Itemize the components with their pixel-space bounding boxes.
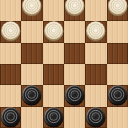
square-r0c5[interactable]: [107, 0, 128, 21]
square-r2c5[interactable]: [107, 43, 128, 64]
white-checker-disc-icon: [64, 0, 85, 17]
checkers-app-screen: [0, 0, 128, 128]
square-r4c1[interactable]: [21, 85, 42, 106]
square-r0c0[interactable]: [0, 0, 21, 21]
black-checker[interactable]: [107, 85, 128, 106]
white-checker[interactable]: [21, 0, 42, 17]
square-r3c0[interactable]: [0, 64, 21, 85]
white-checker[interactable]: [107, 0, 128, 17]
square-r3c5[interactable]: [107, 64, 128, 85]
white-checker[interactable]: [64, 0, 85, 17]
square-r1c1[interactable]: [21, 21, 42, 42]
white-checker[interactable]: [43, 21, 64, 42]
square-r3c2[interactable]: [43, 64, 64, 85]
square-r2c2[interactable]: [43, 43, 64, 64]
square-r5c3[interactable]: [64, 107, 85, 128]
square-r2c1[interactable]: [21, 43, 42, 64]
black-checker-disc-icon: [0, 106, 21, 127]
square-r1c5[interactable]: [107, 21, 128, 42]
square-r3c3[interactable]: [64, 64, 85, 85]
square-r2c3[interactable]: [64, 43, 85, 64]
white-checker[interactable]: [0, 21, 21, 42]
white-checker-disc-icon: [0, 21, 21, 42]
black-checker-disc-icon: [21, 85, 42, 106]
white-checker-disc-icon: [21, 0, 42, 17]
black-checker[interactable]: [43, 106, 64, 127]
square-r5c2[interactable]: [43, 107, 64, 128]
square-r4c0[interactable]: [0, 85, 21, 106]
white-checker-disc-icon: [43, 21, 64, 42]
square-r0c3[interactable]: [64, 0, 85, 21]
black-checker-disc-icon: [64, 85, 85, 106]
checkers-board: [0, 0, 128, 128]
square-r1c4[interactable]: [85, 21, 106, 42]
square-r4c5[interactable]: [107, 85, 128, 106]
black-checker-disc-icon: [85, 106, 106, 127]
white-checker-disc-icon: [85, 21, 106, 42]
black-checker[interactable]: [64, 85, 85, 106]
white-checker-disc-icon: [107, 0, 128, 17]
square-r0c2[interactable]: [43, 0, 64, 21]
square-r2c0[interactable]: [0, 43, 21, 64]
square-r4c4[interactable]: [85, 85, 106, 106]
square-r4c3[interactable]: [64, 85, 85, 106]
square-r0c4[interactable]: [85, 0, 106, 21]
black-checker[interactable]: [0, 106, 21, 127]
black-checker[interactable]: [85, 106, 106, 127]
square-r2c4[interactable]: [85, 43, 106, 64]
square-r0c1[interactable]: [21, 0, 42, 21]
square-r3c1[interactable]: [21, 64, 42, 85]
square-r1c0[interactable]: [0, 21, 21, 42]
square-r5c5[interactable]: [107, 107, 128, 128]
square-r1c3[interactable]: [64, 21, 85, 42]
square-r4c2[interactable]: [43, 85, 64, 106]
black-checker[interactable]: [21, 85, 42, 106]
square-r5c4[interactable]: [85, 107, 106, 128]
black-checker-disc-icon: [43, 106, 64, 127]
square-r3c4[interactable]: [85, 64, 106, 85]
square-r5c1[interactable]: [21, 107, 42, 128]
white-checker[interactable]: [85, 21, 106, 42]
square-r5c0[interactable]: [0, 107, 21, 128]
square-r1c2[interactable]: [43, 21, 64, 42]
black-checker-disc-icon: [107, 85, 128, 106]
